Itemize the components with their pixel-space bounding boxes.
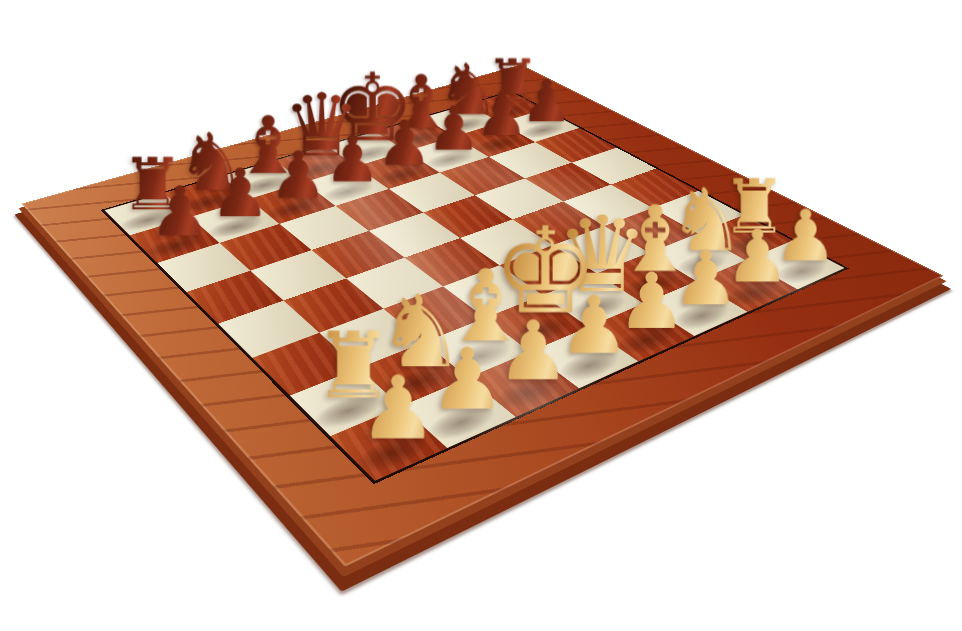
board-squares: ♜♞♝♛♚♝♞♜♟♟♟♟♟♟♟♟♜♞♝♚♛♝♞♜♟♟♟♟♟♟♟♟ [101, 91, 849, 485]
square-h1: ♟ [745, 240, 844, 289]
square-f1: ♟ [644, 281, 748, 336]
chess-board: ♜♞♝♛♚♝♞♜♟♟♟♟♟♟♟♟♜♞♝♚♛♝♞♜♟♟♟♟♟♟♟♟ [22, 65, 944, 567]
square-h4 [611, 169, 699, 209]
square-f3 [553, 226, 648, 273]
square-g1: ♟ [696, 260, 797, 312]
black-rook: ♜ [455, 52, 571, 110]
playing-area: ♜♞♝♛♚♝♞♜♟♟♟♟♟♟♟♟♜♞♝♚♛♝♞♜♟♟♟♟♟♟♟♟ [101, 91, 849, 485]
square-a2: ♜ [290, 368, 401, 436]
chess-set-photo: ♜♞♝♛♚♝♞♜♟♟♟♟♟♟♟♟♜♞♝♚♛♝♞♜♟♟♟♟♟♟♟♟ [0, 0, 962, 631]
